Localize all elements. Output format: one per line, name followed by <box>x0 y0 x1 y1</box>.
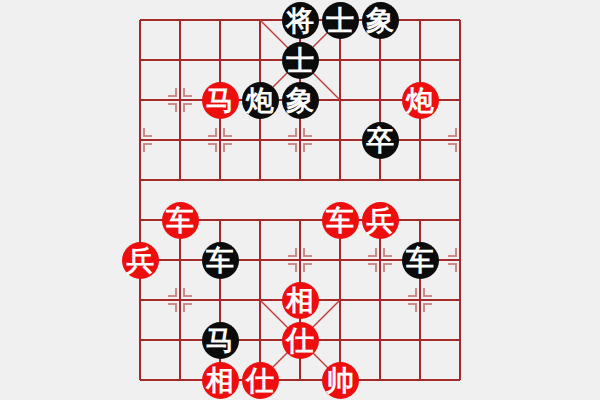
board-point: 象 <box>280 80 320 120</box>
piece-glyph: 炮 <box>246 82 274 119</box>
piece-red-king[interactable]: 帅 <box>322 362 359 399</box>
board-point: 仕 <box>240 360 280 400</box>
piece-glyph: 相 <box>206 362 234 399</box>
board-point: 炮 <box>400 80 440 120</box>
piece-black-advisor[interactable]: 士 <box>322 2 359 39</box>
board-point: 兵 <box>360 200 400 240</box>
piece-red-chariot[interactable]: 车 <box>322 202 359 239</box>
board-point: 车 <box>160 200 200 240</box>
piece-glyph: 马 <box>206 322 234 359</box>
board-point: 士 <box>280 40 320 80</box>
piece-glyph: 车 <box>326 202 354 239</box>
xiangqi-app: 将士象士马炮象炮卒车车兵兵车车相马仕相仕帅 <box>0 0 600 400</box>
piece-black-elephant[interactable]: 象 <box>282 82 319 119</box>
piece-glyph: 帅 <box>326 362 354 399</box>
board-point: 炮 <box>240 80 280 120</box>
board-point: 将 <box>280 0 320 40</box>
piece-red-elephant[interactable]: 相 <box>282 282 319 319</box>
piece-red-horse[interactable]: 马 <box>202 82 239 119</box>
piece-glyph: 兵 <box>126 242 154 279</box>
piece-glyph: 相 <box>286 282 314 319</box>
piece-red-chariot[interactable]: 车 <box>162 202 199 239</box>
piece-red-cannon[interactable]: 炮 <box>402 82 439 119</box>
piece-black-chariot[interactable]: 车 <box>202 242 239 279</box>
piece-red-advisor[interactable]: 仕 <box>282 322 319 359</box>
piece-glyph: 马 <box>206 82 234 119</box>
board-point: 相 <box>200 360 240 400</box>
piece-black-chariot[interactable]: 车 <box>402 242 439 279</box>
piece-red-pawn[interactable]: 兵 <box>122 242 159 279</box>
piece-glyph: 象 <box>286 82 314 119</box>
piece-black-pawn[interactable]: 卒 <box>362 122 399 159</box>
board-point: 卒 <box>360 120 400 160</box>
xiangqi-board[interactable]: 将士象士马炮象炮卒车车兵兵车车相马仕相仕帅 <box>120 0 480 400</box>
piece-glyph: 车 <box>206 242 234 279</box>
piece-red-advisor[interactable]: 仕 <box>242 362 279 399</box>
board-point: 仕 <box>280 320 320 360</box>
piece-glyph: 士 <box>326 2 354 39</box>
piece-glyph: 炮 <box>406 82 434 119</box>
piece-red-pawn[interactable]: 兵 <box>362 202 399 239</box>
board-point: 士 <box>320 0 360 40</box>
board-point: 相 <box>280 280 320 320</box>
piece-glyph: 仕 <box>286 322 314 359</box>
piece-glyph: 卒 <box>366 122 394 159</box>
board-point: 车 <box>400 240 440 280</box>
piece-black-horse[interactable]: 马 <box>202 322 239 359</box>
piece-red-elephant[interactable]: 相 <box>202 362 239 399</box>
piece-black-advisor[interactable]: 士 <box>282 42 319 79</box>
board-point: 车 <box>200 240 240 280</box>
piece-black-king[interactable]: 将 <box>282 2 319 39</box>
piece-glyph: 仕 <box>246 362 274 399</box>
piece-black-cannon[interactable]: 炮 <box>242 82 279 119</box>
piece-glyph: 将 <box>286 2 314 39</box>
piece-glyph: 车 <box>406 242 434 279</box>
piece-glyph: 车 <box>166 202 194 239</box>
piece-glyph: 兵 <box>366 202 394 239</box>
piece-glyph: 象 <box>366 2 394 39</box>
board-point: 象 <box>360 0 400 40</box>
piece-glyph: 士 <box>286 42 314 79</box>
board-point: 帅 <box>320 360 360 400</box>
board-point: 马 <box>200 80 240 120</box>
piece-black-elephant[interactable]: 象 <box>362 2 399 39</box>
board-point: 兵 <box>120 240 160 280</box>
board-point: 马 <box>200 320 240 360</box>
board-point: 车 <box>320 200 360 240</box>
